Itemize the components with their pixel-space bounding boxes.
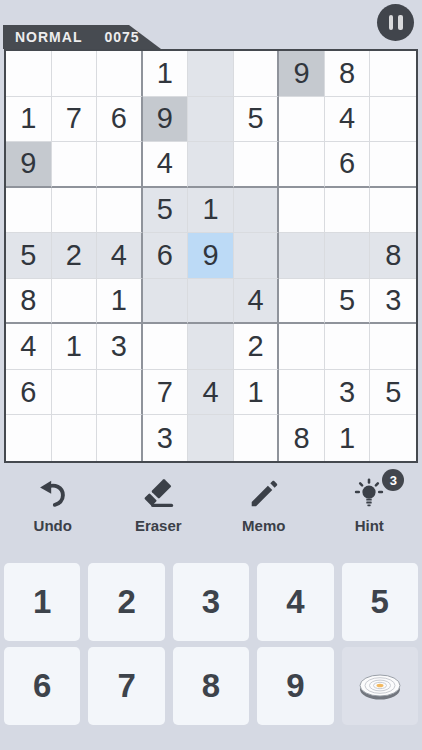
cell-r6c5[interactable] [188, 279, 234, 325]
cell-r9c5[interactable] [188, 415, 234, 461]
cell-r7c2[interactable]: 1 [52, 324, 98, 370]
cell-r1c1[interactable] [6, 51, 52, 97]
cell-r6c4[interactable] [143, 279, 189, 325]
puzzle-number: 0075 [104, 29, 139, 45]
cell-r3c2[interactable] [52, 142, 98, 188]
cell-r3c8[interactable]: 6 [325, 142, 371, 188]
numpad-key-7[interactable]: 7 [88, 647, 164, 725]
cell-r1c5[interactable] [188, 51, 234, 97]
cell-r4c9[interactable] [370, 188, 416, 234]
cell-r1c6[interactable] [234, 51, 280, 97]
cell-r5c4[interactable]: 6 [143, 233, 189, 279]
numpad-key-4[interactable]: 4 [257, 563, 333, 641]
numpad-key-1[interactable]: 1 [4, 563, 80, 641]
cell-r9c7[interactable]: 8 [279, 415, 325, 461]
cell-r1c9[interactable] [370, 51, 416, 97]
cell-r4c8[interactable] [325, 188, 371, 234]
cell-r8c6[interactable]: 1 [234, 370, 280, 416]
cell-r4c7[interactable] [279, 188, 325, 234]
memo-label: Memo [242, 517, 285, 534]
cell-r7c6[interactable]: 2 [234, 324, 280, 370]
item-button[interactable] [342, 647, 418, 725]
mode-label: NORMAL [15, 29, 82, 45]
cell-r1c2[interactable] [52, 51, 98, 97]
undo-label: Undo [34, 517, 72, 534]
cell-r8c7[interactable] [279, 370, 325, 416]
cell-r8c2[interactable] [52, 370, 98, 416]
cell-r2c2[interactable]: 7 [52, 97, 98, 143]
cell-r2c1[interactable]: 1 [6, 97, 52, 143]
cell-r1c3[interactable] [97, 51, 143, 97]
numpad-key-3[interactable]: 3 [173, 563, 249, 641]
sudoku-board: 19817695494651524698814534132674135381 [4, 49, 418, 463]
cell-r3c1[interactable]: 9 [6, 142, 52, 188]
numpad: 123456789 [0, 563, 422, 725]
cell-r1c8[interactable]: 8 [325, 51, 371, 97]
hint-label: Hint [355, 517, 384, 534]
cell-r7c8[interactable] [325, 324, 371, 370]
cell-r2c6[interactable]: 5 [234, 97, 280, 143]
cell-r7c4[interactable] [143, 324, 189, 370]
cell-r3c9[interactable] [370, 142, 416, 188]
toolbar: UndoEraserMemoHint3 [0, 463, 422, 563]
cell-r4c6[interactable] [234, 188, 280, 234]
cell-r7c7[interactable] [279, 324, 325, 370]
cell-r9c1[interactable] [6, 415, 52, 461]
memo-icon [246, 476, 282, 512]
cell-r5c6[interactable] [234, 233, 280, 279]
cell-r8c9[interactable]: 5 [370, 370, 416, 416]
numpad-key-6[interactable]: 6 [4, 647, 80, 725]
cell-r4c2[interactable] [52, 188, 98, 234]
cell-r3c6[interactable] [234, 142, 280, 188]
hint-button[interactable]: Hint3 [317, 476, 422, 563]
cell-r5c1[interactable]: 5 [6, 233, 52, 279]
disc-icon [356, 669, 404, 703]
cell-r8c1[interactable]: 6 [6, 370, 52, 416]
cell-r4c5[interactable]: 1 [188, 188, 234, 234]
cell-r6c2[interactable] [52, 279, 98, 325]
cell-r3c7[interactable] [279, 142, 325, 188]
cell-r2c9[interactable] [370, 97, 416, 143]
cell-r6c9[interactable]: 3 [370, 279, 416, 325]
memo-button[interactable]: Memo [211, 476, 317, 563]
cell-r6c8[interactable]: 5 [325, 279, 371, 325]
level-banner: NORMAL 0075 [3, 25, 161, 49]
cell-r5c7[interactable] [279, 233, 325, 279]
cell-r7c1[interactable]: 4 [6, 324, 52, 370]
numpad-key-9[interactable]: 9 [257, 647, 333, 725]
cell-r5c9[interactable]: 8 [370, 233, 416, 279]
cell-r8c8[interactable]: 3 [325, 370, 371, 416]
pause-button[interactable] [377, 4, 414, 41]
cell-r6c7[interactable] [279, 279, 325, 325]
cell-r2c7[interactable] [279, 97, 325, 143]
cell-r1c7[interactable]: 9 [279, 51, 325, 97]
cell-r3c5[interactable] [188, 142, 234, 188]
undo-button[interactable]: Undo [0, 476, 106, 563]
numpad-key-2[interactable]: 2 [88, 563, 164, 641]
cell-r2c5[interactable] [188, 97, 234, 143]
cell-r7c9[interactable] [370, 324, 416, 370]
cell-r9c3[interactable] [97, 415, 143, 461]
cell-r1c4[interactable]: 1 [143, 51, 189, 97]
undo-icon [35, 476, 71, 512]
cell-r4c1[interactable] [6, 188, 52, 234]
cell-r9c8[interactable]: 1 [325, 415, 371, 461]
eraser-icon [140, 476, 176, 512]
cell-r3c3[interactable] [97, 142, 143, 188]
cell-r6c6[interactable]: 4 [234, 279, 280, 325]
cell-r2c8[interactable]: 4 [325, 97, 371, 143]
cell-r9c6[interactable] [234, 415, 280, 461]
cell-r5c2[interactable]: 2 [52, 233, 98, 279]
numpad-key-5[interactable]: 5 [342, 563, 418, 641]
cell-r7c3[interactable]: 3 [97, 324, 143, 370]
cell-r4c3[interactable] [97, 188, 143, 234]
cell-r6c1[interactable]: 8 [6, 279, 52, 325]
cell-r9c9[interactable] [370, 415, 416, 461]
cell-r9c4[interactable]: 3 [143, 415, 189, 461]
cell-r5c8[interactable] [325, 233, 371, 279]
cell-r8c5[interactable]: 4 [188, 370, 234, 416]
cell-r6c3[interactable]: 1 [97, 279, 143, 325]
cell-r8c3[interactable] [97, 370, 143, 416]
cell-r3c4[interactable]: 4 [143, 142, 189, 188]
sudoku-app: NORMAL 0075 1981769549465152469881453413… [0, 0, 422, 750]
cell-r2c3[interactable]: 6 [97, 97, 143, 143]
cell-r5c3[interactable]: 4 [97, 233, 143, 279]
cell-r7c5[interactable] [188, 324, 234, 370]
cell-r4c4[interactable]: 5 [143, 188, 189, 234]
hint-badge: 3 [382, 469, 404, 491]
top-bar: NORMAL 0075 [0, 0, 422, 49]
cell-r8c4[interactable]: 7 [143, 370, 189, 416]
cell-r2c4[interactable]: 9 [143, 97, 189, 143]
eraser-button[interactable]: Eraser [106, 476, 212, 563]
cell-r9c2[interactable] [52, 415, 98, 461]
cell-r5c5[interactable]: 9 [188, 233, 234, 279]
numpad-key-8[interactable]: 8 [173, 647, 249, 725]
eraser-label: Eraser [135, 517, 182, 534]
